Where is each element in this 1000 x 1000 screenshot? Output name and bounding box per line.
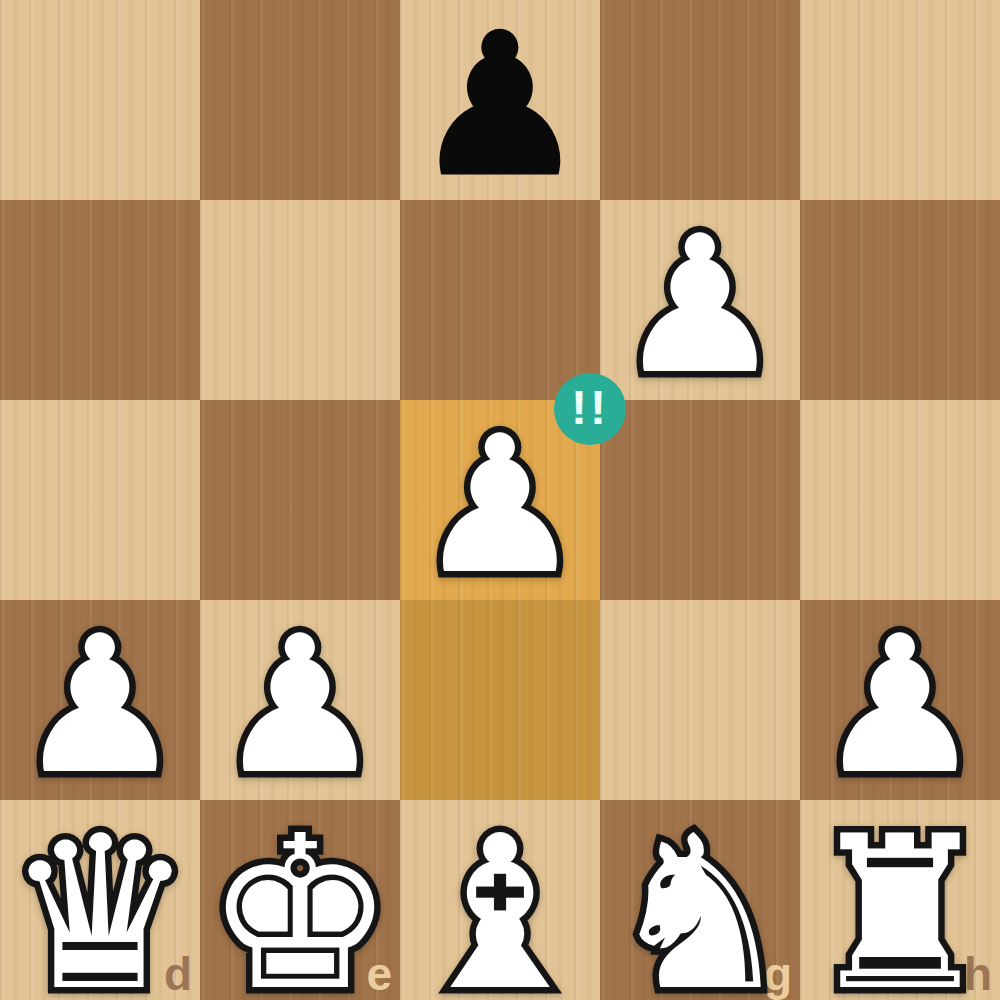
black-pawn-glyph: ♟ [400,6,600,206]
square-f2[interactable] [400,600,600,800]
square-d1[interactable]: d♛♛ [0,800,200,1000]
white-pawn[interactable]: ♟♟ [0,600,200,800]
square-d5[interactable] [0,0,200,200]
white-pawn[interactable]: ♟♟ [200,600,400,800]
square-e2[interactable]: ♟♟ [200,600,400,800]
square-d3[interactable] [0,400,200,600]
white-pawn-glyph: ♟ [0,606,200,806]
white-bishop-glyph: ♝ [400,814,600,1000]
square-h2[interactable]: ♟♟ [800,600,1000,800]
square-e1[interactable]: e♚♚ [200,800,400,1000]
white-knight-glyph: ♞ [600,814,800,1000]
white-queen-glyph: ♛ [0,814,200,1000]
white-pawn[interactable]: ♟♟ [800,600,1000,800]
square-g2[interactable] [600,600,800,800]
white-pawn-glyph: ♟ [800,606,1000,806]
white-rook[interactable]: ♜♜ [800,800,1000,1000]
white-knight[interactable]: ♞♞ [600,800,800,1000]
square-g3[interactable] [600,400,800,600]
square-e3[interactable] [200,400,400,600]
white-pawn-glyph: ♟ [600,206,800,406]
square-d4[interactable] [0,200,200,400]
black-pawn[interactable]: ♟♟ [400,0,600,200]
white-bishop[interactable]: ♝♝ [400,800,600,1000]
square-h4[interactable] [800,200,1000,400]
white-king[interactable]: ♚♚ [200,800,400,1000]
square-f4[interactable] [400,200,600,400]
square-f5[interactable]: ♟♟ [400,0,600,200]
white-king-glyph: ♚ [200,814,400,1000]
square-g4[interactable]: ♟♟ [600,200,800,400]
square-g1[interactable]: g♞♞ [600,800,800,1000]
square-h5[interactable] [800,0,1000,200]
white-pawn[interactable]: ♟♟ [600,200,800,400]
chess-board[interactable]: !! ♟♟♟♟♟♟♟♟♟♟♟♟d♛♛e♚♚♝♝g♞♞h♜♜ [0,0,1000,1000]
square-h1[interactable]: h♜♜ [800,800,1000,1000]
square-d2[interactable]: ♟♟ [0,600,200,800]
square-g5[interactable] [600,0,800,200]
square-h3[interactable] [800,400,1000,600]
white-rook-glyph: ♜ [800,814,1000,1000]
white-queen[interactable]: ♛♛ [0,800,200,1000]
square-f1[interactable]: ♝♝ [400,800,600,1000]
brilliant-move-badge: !! [554,373,626,445]
white-pawn-glyph: ♟ [200,606,400,806]
square-e4[interactable] [200,200,400,400]
square-e5[interactable] [200,0,400,200]
